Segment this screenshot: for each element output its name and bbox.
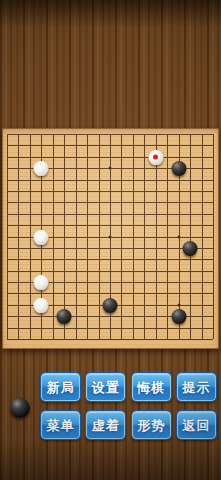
black-stone-K4	[103, 298, 118, 313]
grid-line-horizontal	[7, 271, 213, 272]
score-estimate-button[interactable]: 形势	[132, 411, 171, 439]
black-stone-Q3	[171, 309, 186, 324]
white-stone-D16	[34, 161, 49, 176]
control-row-2: 菜单 虚着 形势 返回	[41, 411, 216, 439]
menu-button[interactable]: 菜单	[41, 411, 80, 439]
white-stone-D10	[34, 230, 49, 245]
black-stone-Q16	[171, 161, 186, 176]
back-button[interactable]: 返回	[177, 411, 216, 439]
star-point	[109, 235, 112, 238]
grid-line-vertical	[144, 134, 145, 339]
grid-line-vertical	[133, 134, 134, 339]
black-stone-R9	[183, 241, 198, 256]
new-game-button[interactable]: 新局	[41, 373, 80, 401]
control-row-1: 新局 设置 悔棋 提示	[41, 373, 216, 401]
board-grid	[7, 134, 213, 339]
grid-line-vertical	[213, 134, 214, 339]
undo-move-button[interactable]: 悔棋	[132, 373, 171, 401]
grid-line-vertical	[121, 134, 122, 339]
turn-indicator-black-stone	[10, 398, 30, 418]
white-stone-O17-last-move	[148, 150, 163, 165]
go-board[interactable]	[2, 128, 219, 349]
grid-line-vertical	[190, 134, 191, 339]
grid-line-horizontal	[7, 339, 213, 340]
settings-button[interactable]: 设置	[86, 373, 125, 401]
app-screen: 新局 设置 悔棋 提示 菜单 虚着 形势 返回	[0, 0, 221, 480]
white-stone-D6	[34, 275, 49, 290]
grid-line-horizontal	[7, 328, 213, 329]
star-point	[109, 167, 112, 170]
grid-line-vertical	[167, 134, 168, 339]
grid-line-vertical	[202, 134, 203, 339]
white-stone-D4	[34, 298, 49, 313]
grid-line-horizontal	[7, 259, 213, 260]
black-stone-F3	[57, 309, 72, 324]
star-point	[177, 235, 180, 238]
hint-button[interactable]: 提示	[177, 373, 216, 401]
star-point	[177, 303, 180, 306]
pass-button[interactable]: 虚着	[86, 411, 125, 439]
grid-line-horizontal	[7, 293, 213, 294]
